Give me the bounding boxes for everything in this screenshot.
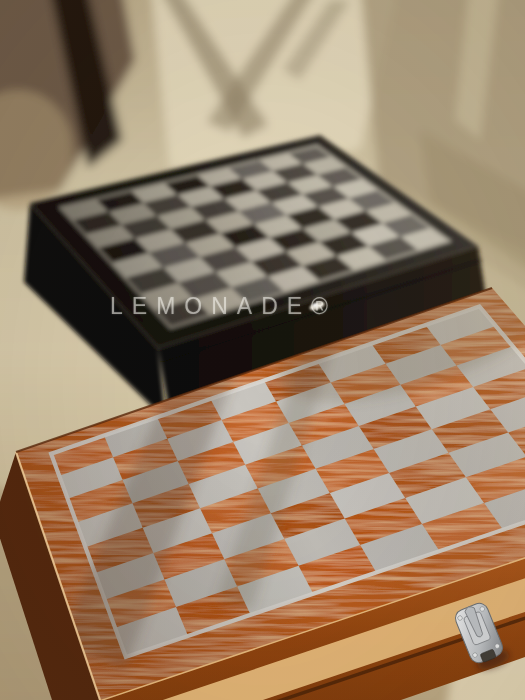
chess-boxes-photo: LEMONADE® bbox=[0, 0, 525, 700]
vignette bbox=[0, 0, 525, 700]
scene-svg bbox=[0, 0, 525, 700]
